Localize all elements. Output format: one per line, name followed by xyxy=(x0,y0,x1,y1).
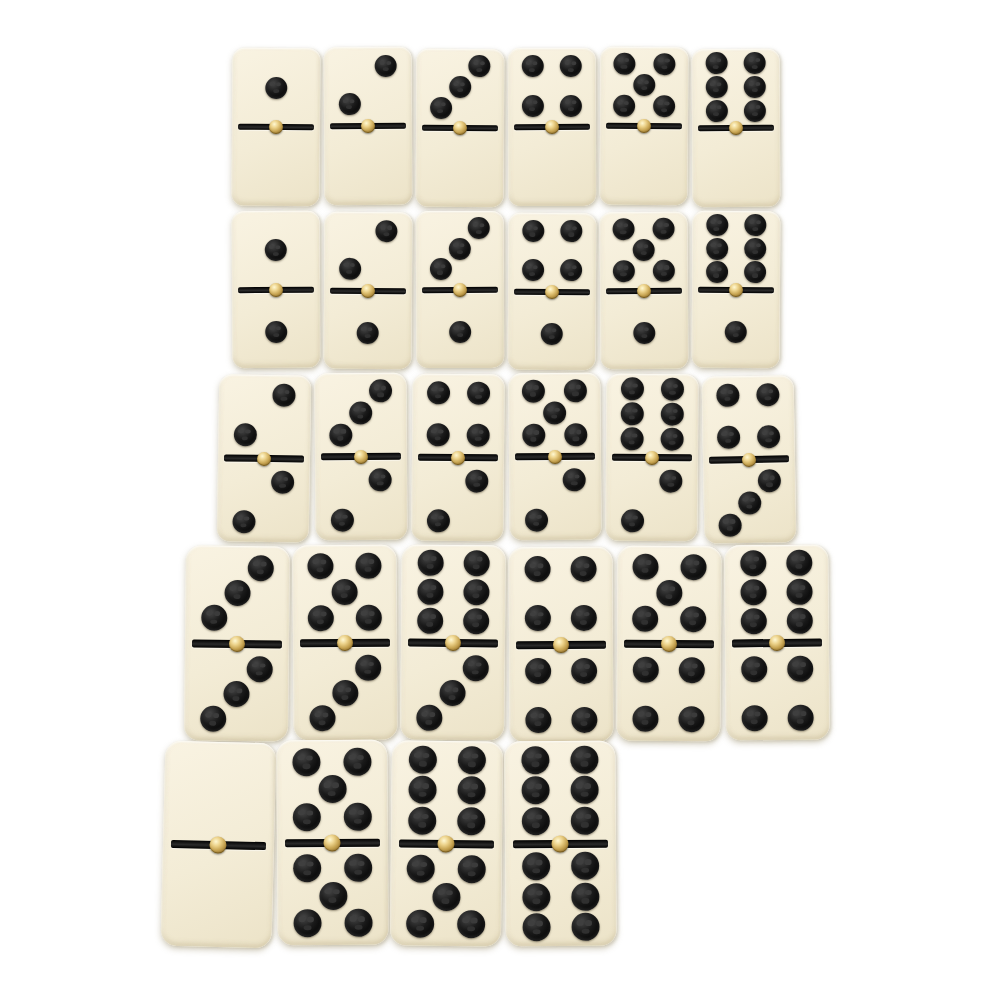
pip xyxy=(541,323,563,345)
tile-bottom-half-3-pips xyxy=(400,646,505,740)
pip xyxy=(463,550,489,576)
pip xyxy=(717,425,740,448)
domino-tile-5-3[interactable] xyxy=(292,545,397,741)
tile-bottom-half-6-pips xyxy=(505,847,617,946)
pip xyxy=(745,238,767,260)
pip xyxy=(233,423,256,446)
pip xyxy=(417,578,443,604)
pip xyxy=(522,807,550,835)
tile-bottom-half-0-pips xyxy=(508,130,596,206)
pip xyxy=(571,807,599,835)
pip xyxy=(741,656,767,682)
pip xyxy=(560,55,582,77)
domino-tile-6-2[interactable] xyxy=(605,374,698,542)
tile-bottom-half-1-pips xyxy=(323,293,412,369)
tile-bottom-half-1-pips xyxy=(416,292,504,368)
pip xyxy=(331,509,354,532)
pip xyxy=(564,379,587,402)
pip xyxy=(525,605,551,631)
tile-bottom-half-2-pips xyxy=(315,460,408,541)
pip xyxy=(522,776,550,804)
pip xyxy=(248,555,274,581)
pip xyxy=(458,746,486,774)
pip xyxy=(706,238,728,260)
tile-bottom-half-4-pips xyxy=(509,648,613,742)
pip xyxy=(318,775,346,803)
pip xyxy=(349,401,372,424)
tile-top-half-5-pips xyxy=(276,740,388,839)
pip xyxy=(633,553,659,579)
pip xyxy=(706,261,728,283)
domino-tile-4-1[interactable] xyxy=(508,213,597,370)
pip xyxy=(522,852,550,880)
tile-top-half-2-pips xyxy=(218,374,311,455)
tile-bottom-half-5-pips xyxy=(390,847,502,947)
pip xyxy=(525,556,551,582)
tile-top-half-4-pips xyxy=(508,48,596,124)
pip xyxy=(741,608,767,634)
pip xyxy=(265,321,287,343)
domino-tile-4-0[interactable] xyxy=(508,48,597,206)
tile-bottom-half-2-pips xyxy=(411,461,504,542)
pip xyxy=(633,74,655,96)
pip xyxy=(467,423,490,446)
pip xyxy=(570,745,598,773)
pip xyxy=(265,239,287,261)
pip xyxy=(293,803,321,831)
pip xyxy=(356,605,382,631)
tile-bottom-half-1-pips xyxy=(232,292,320,368)
pip xyxy=(633,322,655,344)
pip xyxy=(718,513,741,536)
tile-top-half-3-pips xyxy=(416,49,504,125)
pip xyxy=(613,53,635,75)
pip xyxy=(661,403,684,426)
pip xyxy=(679,657,705,683)
tile-bottom-half-0-pips xyxy=(692,131,780,207)
tile-top-half-1-pips xyxy=(232,211,320,287)
pip xyxy=(571,658,597,684)
tile-bottom-half-1-pips xyxy=(600,293,689,369)
pip xyxy=(680,606,706,632)
pip xyxy=(706,214,728,236)
pip xyxy=(332,579,358,605)
pip xyxy=(653,217,675,239)
pip xyxy=(522,220,544,242)
tile-bottom-half-0-pips xyxy=(599,129,688,206)
pip xyxy=(613,95,635,117)
pip xyxy=(406,910,434,938)
domino-tile-3-3[interactable] xyxy=(184,545,290,741)
tile-top-half-2-pips xyxy=(324,212,413,288)
pip xyxy=(612,218,634,240)
pip xyxy=(620,402,643,425)
pip xyxy=(744,76,766,98)
domino-tile-2-2[interactable] xyxy=(217,374,312,542)
pip xyxy=(426,423,449,446)
pip xyxy=(201,605,227,631)
pip xyxy=(653,260,675,282)
pip xyxy=(293,909,321,937)
tile-bottom-half-3-pips xyxy=(703,462,796,544)
pip xyxy=(570,776,598,804)
pip xyxy=(744,52,766,74)
domino-tile-4-4[interactable] xyxy=(508,547,613,743)
tile-top-half-6-pips xyxy=(724,545,829,639)
pip xyxy=(560,95,582,117)
pip xyxy=(570,556,596,582)
pip xyxy=(787,656,813,682)
pip xyxy=(409,745,437,773)
pip xyxy=(463,655,489,681)
pip xyxy=(407,855,435,883)
tile-top-half-3-pips xyxy=(185,545,290,640)
tile-bottom-half-1-pips xyxy=(692,292,780,368)
pip xyxy=(369,380,392,403)
pip xyxy=(293,854,321,882)
tile-top-half-6-pips xyxy=(504,741,616,840)
pip xyxy=(744,261,766,283)
pip xyxy=(522,259,544,281)
pip xyxy=(613,260,635,282)
pip xyxy=(416,705,442,731)
pip xyxy=(525,707,551,733)
pip xyxy=(344,803,372,831)
pip xyxy=(786,578,812,604)
tile-bottom-half-5-pips xyxy=(277,846,389,945)
tile-bottom-half-0-pips xyxy=(231,130,320,207)
pip xyxy=(678,706,704,732)
pip xyxy=(246,656,272,682)
pip xyxy=(742,705,768,731)
pip xyxy=(432,883,460,911)
pip xyxy=(705,100,727,122)
tile-top-half-0-pips xyxy=(163,741,276,842)
pip xyxy=(632,606,658,632)
tile-top-half-4-pips xyxy=(508,213,596,289)
pip xyxy=(757,425,780,448)
pip xyxy=(786,549,812,575)
pip xyxy=(632,705,658,731)
tile-bottom-half-3-pips xyxy=(293,646,398,740)
tile-top-half-6-pips xyxy=(391,740,503,840)
tile-bottom-half-4-pips xyxy=(616,647,721,741)
pip xyxy=(680,554,706,580)
pip xyxy=(463,579,489,605)
tile-bottom-half-3-pips xyxy=(184,647,289,742)
pip xyxy=(232,510,255,533)
tile-top-half-5-pips xyxy=(617,546,722,640)
pip xyxy=(344,854,372,882)
pip xyxy=(469,56,491,78)
pip xyxy=(430,96,452,118)
tile-top-half-5-pips xyxy=(599,212,688,288)
tile-top-half-6-pips xyxy=(606,374,699,455)
pip xyxy=(375,55,397,77)
pip xyxy=(307,553,333,579)
pip xyxy=(308,605,334,631)
pip xyxy=(571,852,599,880)
pip xyxy=(292,748,320,776)
tile-bottom-half-0-pips xyxy=(416,131,504,207)
pip xyxy=(740,550,766,576)
tile-top-half-4-pips xyxy=(702,375,795,457)
pip xyxy=(463,608,489,634)
pip xyxy=(338,93,360,115)
pip xyxy=(457,776,485,804)
pip xyxy=(787,704,813,730)
pip xyxy=(468,217,490,239)
pip xyxy=(449,238,471,260)
pip xyxy=(449,76,471,98)
domino-tile-5-2[interactable] xyxy=(508,373,601,541)
tile-bottom-half-0-pips xyxy=(324,129,412,205)
pip xyxy=(543,401,566,424)
pip xyxy=(273,384,296,407)
pip xyxy=(458,855,486,883)
pip xyxy=(660,470,683,493)
domino-tile-6-0[interactable] xyxy=(692,49,781,207)
pip xyxy=(522,95,544,117)
domino-tile-5-0[interactable] xyxy=(599,47,688,206)
tile-top-half-4-pips xyxy=(508,547,612,641)
pip xyxy=(344,909,372,937)
pip xyxy=(571,605,597,631)
pip xyxy=(756,383,779,406)
pip xyxy=(620,427,643,450)
domino-tile-2-0[interactable] xyxy=(324,47,413,205)
pip xyxy=(343,747,371,775)
domino-tile-4-3[interactable] xyxy=(702,375,797,544)
domino-tile-4-2[interactable] xyxy=(411,374,504,542)
domino-tile-6-3[interactable] xyxy=(400,545,506,741)
tile-top-half-1-pips xyxy=(232,48,321,125)
pip xyxy=(417,607,443,633)
pip xyxy=(656,580,682,606)
pip xyxy=(427,381,450,404)
pip xyxy=(439,680,465,706)
pip xyxy=(457,807,485,835)
pip xyxy=(621,509,644,532)
domino-tile-6-5[interactable] xyxy=(390,740,503,946)
domino-tile-6-1[interactable] xyxy=(692,211,781,368)
pip xyxy=(787,607,813,633)
pip xyxy=(661,427,684,450)
tile-top-half-6-pips xyxy=(692,49,780,125)
pip xyxy=(745,214,767,236)
pip xyxy=(224,580,250,606)
tile-top-half-5-pips xyxy=(600,47,689,124)
pip xyxy=(408,776,436,804)
tile-top-half-5-pips xyxy=(292,545,397,639)
tile-top-half-6-pips xyxy=(401,545,506,639)
pip xyxy=(564,424,587,447)
pip xyxy=(571,882,599,910)
pip xyxy=(741,579,767,605)
pip xyxy=(522,379,545,402)
pip xyxy=(339,257,361,279)
pip xyxy=(329,423,352,446)
pip xyxy=(466,470,489,493)
tile-top-half-3-pips xyxy=(416,211,504,287)
pip xyxy=(200,706,226,732)
pip xyxy=(653,95,675,117)
pip xyxy=(633,239,655,261)
tile-bottom-half-2-pips xyxy=(605,461,698,542)
pip xyxy=(725,321,747,343)
pip xyxy=(355,655,381,681)
dominoes-photo xyxy=(0,0,1001,1001)
pip xyxy=(430,258,452,280)
pip xyxy=(522,883,550,911)
domino-tile-2-1[interactable] xyxy=(323,212,412,370)
pip xyxy=(705,52,727,74)
pip xyxy=(563,468,586,491)
tile-bottom-half-4-pips xyxy=(725,646,830,740)
pip xyxy=(310,706,336,732)
pip xyxy=(457,910,485,938)
pip xyxy=(332,680,358,706)
pip xyxy=(467,382,490,405)
pip xyxy=(525,509,548,532)
pip xyxy=(355,552,381,578)
domino-tile-1-1[interactable] xyxy=(232,211,321,368)
pip xyxy=(427,509,450,532)
pip xyxy=(357,322,379,344)
pip xyxy=(449,321,471,343)
domino-tile-3-2[interactable] xyxy=(314,373,407,541)
pip xyxy=(223,681,249,707)
pip xyxy=(521,55,543,77)
tile-top-half-6-pips xyxy=(692,211,780,287)
domino-tile-5-5[interactable] xyxy=(276,740,388,946)
tile-top-half-5-pips xyxy=(508,373,601,454)
tile-top-half-4-pips xyxy=(412,374,505,455)
tile-bottom-half-0-pips xyxy=(161,847,274,948)
pip xyxy=(571,706,597,732)
pip xyxy=(525,658,551,684)
pip xyxy=(654,53,676,75)
domino-tile-5-1[interactable] xyxy=(599,212,688,370)
pip xyxy=(408,806,436,834)
pip xyxy=(621,377,644,400)
pip xyxy=(271,471,294,494)
tile-bottom-half-2-pips xyxy=(217,461,310,542)
tile-bottom-half-1-pips xyxy=(508,294,596,370)
pip xyxy=(521,746,549,774)
domino-tile-5-4[interactable] xyxy=(616,546,721,742)
pip xyxy=(571,913,599,941)
domino-tile-1-0[interactable] xyxy=(231,48,320,207)
pip xyxy=(744,99,766,121)
pip xyxy=(716,384,739,407)
pip xyxy=(522,424,545,447)
pip xyxy=(376,220,398,242)
tile-top-half-3-pips xyxy=(314,373,407,454)
pip xyxy=(738,491,761,514)
pip xyxy=(560,259,582,281)
domino-tile-3-1[interactable] xyxy=(416,211,505,368)
pip xyxy=(705,76,727,98)
pip xyxy=(265,76,287,98)
pip xyxy=(633,657,659,683)
pip xyxy=(319,882,347,910)
pip xyxy=(369,468,392,491)
domino-tile-6-6[interactable] xyxy=(504,741,616,947)
pip xyxy=(561,220,583,242)
domino-tile-6-4[interactable] xyxy=(724,545,830,741)
pip xyxy=(661,378,684,401)
tile-top-half-2-pips xyxy=(324,47,412,123)
domino-tile-0-0[interactable] xyxy=(161,741,277,949)
pip xyxy=(758,469,781,492)
domino-tile-3-0[interactable] xyxy=(416,49,505,207)
pip xyxy=(418,549,444,575)
tile-bottom-half-2-pips xyxy=(509,460,602,541)
pip xyxy=(523,913,551,941)
